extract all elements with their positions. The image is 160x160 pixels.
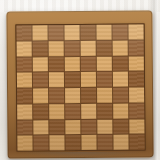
square-r2c7[interactable] [113,40,128,55]
square-r1c6[interactable] [96,25,111,40]
square-r4c2[interactable] [33,73,48,88]
square-r7c3[interactable] [49,120,64,135]
square-r8c7[interactable] [113,135,128,150]
square-r4c4[interactable] [65,72,80,87]
square-r1c8[interactable] [128,24,143,39]
square-r7c7[interactable] [113,119,128,134]
square-r2c5[interactable] [81,41,96,56]
square-r2c3[interactable] [49,41,64,56]
square-r8c6[interactable] [97,135,112,150]
square-r4c6[interactable] [97,72,112,87]
square-r7c1[interactable] [17,120,32,135]
square-r6c3[interactable] [49,104,64,119]
square-r2c4[interactable] [65,41,80,56]
square-r2c2[interactable] [33,41,48,56]
board-grid [16,24,144,150]
square-r3c8[interactable] [129,56,144,71]
square-r3c6[interactable] [97,56,112,71]
square-r8c8[interactable] [129,135,144,150]
square-r2c8[interactable] [129,40,144,55]
square-r5c6[interactable] [97,88,112,103]
square-r1c4[interactable] [64,25,79,40]
square-r2c6[interactable] [97,40,112,55]
square-r6c6[interactable] [97,103,112,118]
square-r4c1[interactable] [17,73,32,88]
square-r6c7[interactable] [113,103,128,118]
square-r7c2[interactable] [33,120,48,135]
square-r4c8[interactable] [129,72,144,87]
board-drop-shadow [6,152,154,158]
table-cloth-background [0,0,160,160]
square-r1c5[interactable] [80,25,95,40]
square-r5c8[interactable] [129,87,144,102]
square-r4c5[interactable] [81,72,96,87]
square-r6c4[interactable] [65,104,80,119]
square-r1c3[interactable] [48,25,63,40]
square-r3c1[interactable] [17,57,32,72]
square-r3c2[interactable] [33,57,48,72]
square-r5c1[interactable] [17,88,32,103]
square-r3c4[interactable] [65,57,80,72]
square-r8c5[interactable] [81,135,96,150]
square-r4c3[interactable] [49,72,64,87]
square-r5c2[interactable] [33,88,48,103]
square-r5c3[interactable] [49,88,64,103]
square-r3c5[interactable] [81,56,96,71]
square-r8c3[interactable] [49,135,64,150]
square-r4c7[interactable] [113,72,128,87]
square-r6c1[interactable] [17,104,32,119]
square-r5c7[interactable] [113,88,128,103]
square-r7c6[interactable] [97,119,112,134]
square-r3c3[interactable] [49,57,64,72]
square-r5c4[interactable] [65,88,80,103]
square-r5c5[interactable] [81,88,96,103]
square-r7c5[interactable] [81,119,96,134]
square-r1c7[interactable] [112,25,127,40]
square-r7c8[interactable] [129,119,144,134]
square-r8c1[interactable] [17,136,32,151]
square-r7c4[interactable] [65,119,80,134]
square-r2c1[interactable] [17,41,32,56]
game-board [6,10,153,158]
square-r3c7[interactable] [113,56,128,71]
square-r6c8[interactable] [129,103,144,118]
square-r8c4[interactable] [65,135,80,150]
square-r1c1[interactable] [16,25,31,40]
square-r6c2[interactable] [33,104,48,119]
board-frame-groove [15,23,145,151]
square-r1c2[interactable] [32,25,47,40]
square-r8c2[interactable] [33,136,48,151]
square-r6c5[interactable] [81,104,96,119]
